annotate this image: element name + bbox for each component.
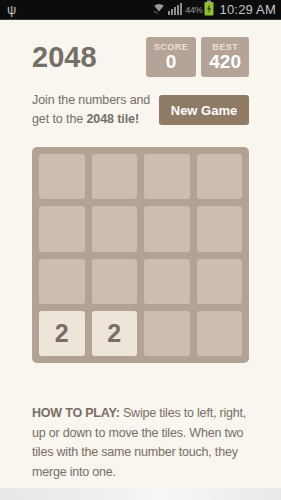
howto-heading: HOW TO PLAY: [32, 406, 120, 420]
board-grid[interactable]: 22 [32, 147, 249, 363]
empty-cell [39, 206, 85, 251]
empty-cell [197, 259, 243, 304]
battery-percent: 44% [185, 5, 202, 15]
usb-icon: ψ [7, 3, 16, 16]
status-bar: ψ 44% 10:29 AM [0, 0, 281, 20]
intro-line2: get to the [32, 112, 87, 126]
score-box: SCORE 0 [146, 37, 197, 77]
wifi-icon [152, 1, 166, 19]
empty-cell [144, 154, 190, 199]
battery-charging-icon [204, 0, 214, 20]
empty-cell [39, 259, 85, 304]
intro-goal: 2048 tile! [87, 112, 140, 126]
intro-line1: Join the numbers and [32, 93, 150, 107]
signal-strength-icon [168, 1, 183, 19]
how-to-play-text: HOW TO PLAY: Swipe tiles to left, right,… [32, 404, 249, 482]
game-header: 2048 SCORE 0 BEST 420 [32, 35, 249, 79]
empty-cell [197, 206, 243, 251]
best-box: BEST 420 [201, 37, 249, 77]
intro-row: Join the numbers andget to the 2048 tile… [32, 91, 249, 128]
tile-2: 2 [92, 311, 138, 356]
howto-line3: tiles with the same number touch, they [32, 443, 249, 463]
howto-line1-rest: Swipe tiles to left, right, [120, 406, 246, 420]
score-container: SCORE 0 BEST 420 [146, 37, 249, 77]
tile-2: 2 [39, 311, 85, 356]
howto-line4: merge into one. [32, 463, 249, 483]
ad-banner-strip [0, 488, 281, 500]
howto-line2: up or down to move the tiles. When two [32, 424, 249, 444]
statusbar-right: 44% 10:29 AM [152, 0, 276, 20]
empty-cell [144, 311, 190, 356]
empty-cell [39, 154, 85, 199]
status-time: 10:29 AM [219, 2, 276, 17]
score-value: 0 [154, 52, 189, 73]
howto-line1: HOW TO PLAY: Swipe tiles to left, right, [32, 404, 249, 424]
empty-cell [92, 154, 138, 199]
best-value: 420 [209, 52, 241, 73]
empty-cell [92, 259, 138, 304]
empty-cell [197, 311, 243, 356]
intro-text: Join the numbers andget to the 2048 tile… [32, 91, 150, 128]
empty-cell [197, 154, 243, 199]
new-game-button[interactable]: New Game [159, 95, 249, 125]
empty-cell [144, 259, 190, 304]
game-screen: 2048 SCORE 0 BEST 420 Join the numbers a… [0, 35, 281, 482]
app-title: 2048 [32, 41, 97, 74]
empty-cell [92, 206, 138, 251]
empty-cell [144, 206, 190, 251]
